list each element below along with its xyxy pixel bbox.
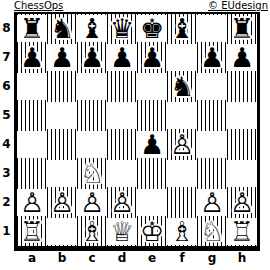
file-label-h: h bbox=[227, 251, 257, 266]
square-b5[interactable] bbox=[47, 101, 77, 130]
rank-label-1: 1 bbox=[0, 217, 13, 246]
white-rook-piece: ♖ bbox=[230, 217, 254, 246]
square-c1[interactable]: ♗ bbox=[77, 217, 107, 246]
file-label-c: c bbox=[77, 251, 107, 266]
square-b4[interactable] bbox=[47, 130, 77, 159]
white-knight-piece: ♘ bbox=[200, 217, 224, 246]
square-e5[interactable] bbox=[137, 101, 167, 130]
black-rook-piece: ♜ bbox=[230, 14, 254, 43]
square-c5[interactable] bbox=[77, 101, 107, 130]
square-d5[interactable] bbox=[107, 101, 137, 130]
square-b3[interactable] bbox=[47, 159, 77, 188]
square-f8[interactable]: ♝ bbox=[167, 14, 197, 43]
square-d6[interactable] bbox=[107, 72, 137, 101]
square-b7[interactable]: ♟ bbox=[47, 43, 77, 72]
rank-label-8: 8 bbox=[0, 14, 13, 43]
white-bishop-piece: ♗ bbox=[170, 217, 194, 246]
square-d8[interactable]: ♛ bbox=[107, 14, 137, 43]
square-b8[interactable]: ♞ bbox=[47, 14, 77, 43]
white-pawn-piece: ♙ bbox=[200, 188, 224, 217]
black-king-piece: ♚ bbox=[140, 14, 164, 43]
square-a8[interactable]: ♜ bbox=[17, 14, 47, 43]
black-knight-piece: ♞ bbox=[170, 72, 194, 101]
square-b6[interactable] bbox=[47, 72, 77, 101]
square-c6[interactable] bbox=[77, 72, 107, 101]
file-label-g: g bbox=[197, 251, 227, 266]
square-h1[interactable]: ♖ bbox=[227, 217, 257, 246]
black-pawn-piece: ♟ bbox=[20, 43, 44, 72]
rank-label-5: 5 bbox=[0, 101, 13, 130]
square-f2[interactable] bbox=[167, 188, 197, 217]
square-f1[interactable]: ♗ bbox=[167, 217, 197, 246]
square-a3[interactable] bbox=[17, 159, 47, 188]
square-c8[interactable]: ♝ bbox=[77, 14, 107, 43]
chessops-diagram-page: ChessOps © EUdesign 87654321 ♜♞♝♛♚♝♜♟♟♟♟… bbox=[0, 0, 270, 270]
square-h4[interactable] bbox=[227, 130, 257, 159]
square-h6[interactable] bbox=[227, 72, 257, 101]
file-label-d: d bbox=[107, 251, 137, 266]
white-pawn-piece: ♙ bbox=[80, 188, 104, 217]
black-knight-piece: ♞ bbox=[50, 14, 74, 43]
square-a2[interactable]: ♙ bbox=[17, 188, 47, 217]
rank-label-6: 6 bbox=[0, 72, 13, 101]
square-e6[interactable] bbox=[137, 72, 167, 101]
square-g6[interactable] bbox=[197, 72, 227, 101]
square-c2[interactable]: ♙ bbox=[77, 188, 107, 217]
black-pawn-piece: ♟ bbox=[80, 43, 104, 72]
square-e1[interactable]: ♔ bbox=[137, 217, 167, 246]
black-pawn-piece: ♟ bbox=[230, 43, 254, 72]
black-pawn-piece: ♟ bbox=[140, 130, 164, 159]
square-f6[interactable]: ♞ bbox=[167, 72, 197, 101]
file-label-e: e bbox=[137, 251, 167, 266]
black-rook-piece: ♜ bbox=[20, 14, 44, 43]
square-g5[interactable] bbox=[197, 101, 227, 130]
credit-link[interactable]: © EUdesign bbox=[208, 0, 268, 11]
square-h5[interactable] bbox=[227, 101, 257, 130]
square-a6[interactable] bbox=[17, 72, 47, 101]
square-f7[interactable] bbox=[167, 43, 197, 72]
rank-labels: 87654321 bbox=[0, 14, 13, 246]
header: ChessOps © EUdesign bbox=[0, 0, 270, 12]
square-a4[interactable] bbox=[17, 130, 47, 159]
square-f5[interactable] bbox=[167, 101, 197, 130]
square-a5[interactable] bbox=[17, 101, 47, 130]
black-pawn-piece: ♟ bbox=[200, 43, 224, 72]
black-pawn-piece: ♟ bbox=[110, 43, 134, 72]
rank-label-3: 3 bbox=[0, 159, 13, 188]
square-d3[interactable] bbox=[107, 159, 137, 188]
square-g8[interactable] bbox=[197, 14, 227, 43]
square-e4[interactable]: ♟ bbox=[137, 130, 167, 159]
white-pawn-piece: ♙ bbox=[170, 130, 194, 159]
square-e3[interactable] bbox=[137, 159, 167, 188]
square-f3[interactable] bbox=[167, 159, 197, 188]
white-knight-piece: ♘ bbox=[80, 159, 104, 188]
square-b2[interactable]: ♙ bbox=[47, 188, 77, 217]
white-bishop-piece: ♗ bbox=[80, 217, 104, 246]
square-d2[interactable]: ♙ bbox=[107, 188, 137, 217]
white-king-piece: ♔ bbox=[140, 217, 164, 246]
square-e8[interactable]: ♚ bbox=[137, 14, 167, 43]
black-pawn-piece: ♟ bbox=[140, 43, 164, 72]
file-label-f: f bbox=[167, 251, 197, 266]
square-a7[interactable]: ♟ bbox=[17, 43, 47, 72]
file-label-a: a bbox=[17, 251, 47, 266]
rank-label-7: 7 bbox=[0, 43, 13, 72]
file-label-b: b bbox=[47, 251, 77, 266]
white-pawn-piece: ♙ bbox=[230, 188, 254, 217]
app-title-link[interactable]: ChessOps bbox=[14, 0, 63, 11]
white-pawn-piece: ♙ bbox=[110, 188, 134, 217]
rank-label-2: 2 bbox=[0, 188, 13, 217]
black-bishop-piece: ♝ bbox=[80, 14, 104, 43]
square-b1[interactable] bbox=[47, 217, 77, 246]
square-g2[interactable]: ♙ bbox=[197, 188, 227, 217]
square-e2[interactable] bbox=[137, 188, 167, 217]
square-f4[interactable]: ♙ bbox=[167, 130, 197, 159]
square-d4[interactable] bbox=[107, 130, 137, 159]
black-pawn-piece: ♟ bbox=[50, 43, 74, 72]
white-queen-piece: ♕ bbox=[110, 217, 134, 246]
square-c3[interactable]: ♘ bbox=[77, 159, 107, 188]
rank-label-4: 4 bbox=[0, 130, 13, 159]
black-queen-piece: ♛ bbox=[110, 14, 134, 43]
square-h7[interactable]: ♟ bbox=[227, 43, 257, 72]
square-g4[interactable] bbox=[197, 130, 227, 159]
white-pawn-piece: ♙ bbox=[20, 188, 44, 217]
square-g7[interactable]: ♟ bbox=[197, 43, 227, 72]
square-h8[interactable]: ♜ bbox=[227, 14, 257, 43]
square-c4[interactable] bbox=[77, 130, 107, 159]
square-c7[interactable]: ♟ bbox=[77, 43, 107, 72]
square-e7[interactable]: ♟ bbox=[137, 43, 167, 72]
square-d1[interactable]: ♕ bbox=[107, 217, 137, 246]
chess-board: ♜♞♝♛♚♝♜♟♟♟♟♟♟♟♞♟♙♘♙♙♙♙♙♙♖♗♕♔♗♘♖ bbox=[14, 12, 260, 251]
square-g3[interactable] bbox=[197, 159, 227, 188]
white-pawn-piece: ♙ bbox=[50, 188, 74, 217]
square-a1[interactable]: ♖ bbox=[17, 217, 47, 246]
white-rook-piece: ♖ bbox=[20, 217, 44, 246]
square-d7[interactable]: ♟ bbox=[107, 43, 137, 72]
square-h2[interactable]: ♙ bbox=[227, 188, 257, 217]
square-g1[interactable]: ♘ bbox=[197, 217, 227, 246]
black-bishop-piece: ♝ bbox=[170, 14, 194, 43]
square-h3[interactable] bbox=[227, 159, 257, 188]
file-labels: abcdefgh bbox=[17, 251, 257, 266]
